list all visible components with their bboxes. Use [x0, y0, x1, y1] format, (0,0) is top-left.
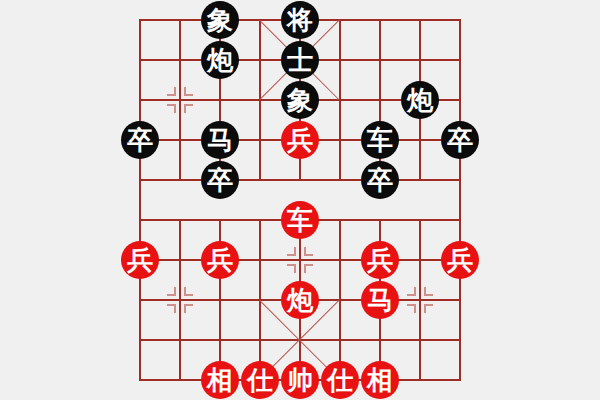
star-point-mark [184, 287, 193, 296]
piece-black-cannon[interactable]: 炮 [401, 81, 439, 119]
piece-red-chariot[interactable]: 车 [281, 201, 319, 239]
star-point-mark [287, 264, 296, 273]
grid-line-vertical [179, 219, 181, 381]
grid-line-vertical [139, 19, 141, 381]
star-point-mark [304, 247, 313, 256]
piece-black-pawn[interactable]: 卒 [201, 161, 239, 199]
star-point-mark [407, 304, 416, 313]
piece-red-pawn[interactable]: 兵 [121, 241, 159, 279]
piece-red-horse[interactable]: 马 [361, 281, 399, 319]
piece-black-elephant[interactable]: 象 [281, 81, 319, 119]
piece-red-pawn[interactable]: 兵 [441, 241, 479, 279]
star-point-mark [407, 287, 416, 296]
piece-black-pawn[interactable]: 卒 [441, 121, 479, 159]
star-point-mark [184, 104, 193, 113]
piece-red-king[interactable]: 帅 [281, 361, 319, 399]
star-point-mark [424, 287, 433, 296]
piece-red-pawn[interactable]: 兵 [361, 241, 399, 279]
star-point-mark [287, 247, 296, 256]
piece-black-pawn[interactable]: 卒 [121, 121, 159, 159]
piece-red-pawn[interactable]: 兵 [201, 241, 239, 279]
piece-black-cannon[interactable]: 炮 [201, 41, 239, 79]
star-point-mark [167, 304, 176, 313]
piece-black-king[interactable]: 将 [281, 1, 319, 39]
star-point-mark [167, 104, 176, 113]
piece-red-advisor[interactable]: 仕 [241, 361, 279, 399]
star-point-mark [184, 304, 193, 313]
piece-black-advisor[interactable]: 士 [281, 41, 319, 79]
piece-red-elephant[interactable]: 相 [201, 361, 239, 399]
piece-black-elephant[interactable]: 象 [201, 1, 239, 39]
piece-red-cannon[interactable]: 炮 [281, 281, 319, 319]
xiangqi-board[interactable]: 象将炮士象炮卒马兵车卒卒卒车兵兵兵兵炮马相仕帅仕相 [0, 0, 600, 400]
piece-black-horse[interactable]: 马 [201, 121, 239, 159]
piece-black-pawn[interactable]: 卒 [361, 161, 399, 199]
grid-line-vertical [179, 19, 181, 181]
star-point-mark [424, 304, 433, 313]
grid-line-vertical [419, 219, 421, 381]
piece-red-elephant[interactable]: 相 [361, 361, 399, 399]
star-point-mark [167, 287, 176, 296]
star-point-mark [184, 87, 193, 96]
piece-black-chariot[interactable]: 车 [361, 121, 399, 159]
piece-red-pawn[interactable]: 兵 [281, 121, 319, 159]
star-point-mark [304, 264, 313, 273]
star-point-mark [167, 87, 176, 96]
grid-line-vertical [459, 19, 461, 381]
piece-red-advisor[interactable]: 仕 [321, 361, 359, 399]
